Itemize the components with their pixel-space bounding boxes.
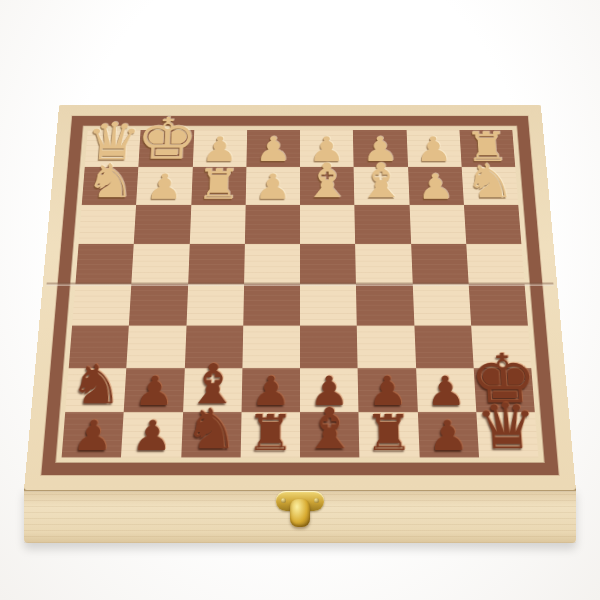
square-f7: ♝ bbox=[354, 167, 409, 205]
square-a3 bbox=[69, 326, 129, 369]
square-c1: ♞ bbox=[181, 412, 242, 457]
piece-light-pawn-f8: ♟ bbox=[362, 134, 400, 166]
square-d7: ♟ bbox=[245, 167, 300, 205]
square-d8: ♟ bbox=[246, 130, 300, 167]
square-f8: ♟ bbox=[353, 130, 408, 167]
square-e7: ♝ bbox=[300, 167, 355, 205]
piece-dark-pawn-f2: ♟ bbox=[367, 373, 408, 411]
piece-light-pawn-d7: ♟ bbox=[254, 171, 291, 204]
square-g7: ♟ bbox=[408, 167, 464, 205]
square-e1: ♝ bbox=[300, 412, 360, 457]
square-d3 bbox=[242, 326, 300, 369]
piece-light-knight-a7: ♞ bbox=[84, 160, 137, 205]
playing-area: ♛♚♟♟♟♟♟♜♞♟♜♟♝♝♟♞♞♟♝♟♟♟♟♚♟♟♞♜♝♜♟♛ bbox=[62, 130, 539, 458]
square-b5 bbox=[132, 244, 190, 284]
brass-latch-knob bbox=[290, 499, 310, 527]
piece-dark-pawn-b1: ♟ bbox=[131, 417, 173, 457]
square-e4 bbox=[300, 284, 357, 325]
piece-dark-pawn-b2: ♟ bbox=[133, 373, 175, 411]
square-f5 bbox=[355, 244, 412, 284]
square-g5 bbox=[411, 244, 469, 284]
square-g6 bbox=[409, 205, 466, 244]
square-a2: ♞ bbox=[65, 368, 126, 412]
square-a4 bbox=[72, 284, 131, 325]
piece-dark-pawn-g2: ♟ bbox=[425, 373, 467, 411]
square-a1: ♟ bbox=[62, 412, 124, 457]
square-e8: ♟ bbox=[300, 130, 354, 167]
playing-grid: ♛♚♟♟♟♟♟♜♞♟♜♟♝♝♟♞♞♟♝♟♟♟♟♚♟♟♞♜♝♜♟♛ bbox=[62, 130, 539, 458]
piece-light-pawn-c8: ♟ bbox=[201, 134, 239, 166]
square-c8: ♟ bbox=[192, 130, 247, 167]
square-h5 bbox=[466, 244, 525, 284]
square-b4 bbox=[129, 284, 188, 325]
piece-dark-knight-a2: ♞ bbox=[68, 360, 125, 412]
square-a5 bbox=[75, 244, 134, 284]
square-g8: ♟ bbox=[406, 130, 461, 167]
square-c5 bbox=[188, 244, 245, 284]
square-b1: ♟ bbox=[121, 412, 182, 457]
piece-dark-pawn-a1: ♟ bbox=[71, 417, 114, 457]
square-f3 bbox=[357, 326, 416, 369]
piece-dark-knight-c1: ♞ bbox=[183, 403, 239, 456]
square-a6 bbox=[79, 205, 137, 244]
square-e3 bbox=[300, 326, 358, 369]
piece-light-rook-c7: ♜ bbox=[196, 164, 242, 204]
square-e5 bbox=[300, 244, 356, 284]
latch-screw-left bbox=[281, 498, 286, 503]
square-g3 bbox=[414, 326, 474, 369]
square-g2: ♟ bbox=[416, 368, 476, 412]
square-a7: ♞ bbox=[82, 167, 139, 205]
square-d2: ♟ bbox=[241, 368, 300, 412]
piece-dark-pawn-g1: ♟ bbox=[427, 417, 469, 457]
square-h7: ♞ bbox=[461, 167, 518, 205]
piece-light-rook-h8: ♜ bbox=[464, 128, 510, 167]
piece-dark-pawn-d2: ♟ bbox=[251, 373, 291, 411]
piece-dark-rook-f1: ♜ bbox=[364, 409, 414, 456]
square-f6 bbox=[355, 205, 411, 244]
square-c4 bbox=[186, 284, 244, 325]
square-b3 bbox=[127, 326, 187, 369]
square-c3 bbox=[184, 326, 243, 369]
square-b2: ♟ bbox=[124, 368, 184, 412]
square-c2: ♝ bbox=[183, 368, 243, 412]
square-c7: ♜ bbox=[191, 167, 246, 205]
square-b7: ♟ bbox=[136, 167, 192, 205]
square-f2: ♟ bbox=[358, 368, 418, 412]
chess-box-lid: ♛♚♟♟♟♟♟♜♞♟♜♟♝♝♟♞♞♟♝♟♟♟♟♚♟♟♞♜♝♜♟♛ bbox=[24, 105, 576, 490]
square-f1: ♜ bbox=[359, 412, 420, 457]
square-c6 bbox=[189, 205, 245, 244]
square-h3 bbox=[471, 326, 531, 369]
square-h1: ♛ bbox=[476, 412, 538, 457]
piece-dark-pawn-e2: ♟ bbox=[309, 373, 349, 411]
piece-light-pawn-b7: ♟ bbox=[145, 171, 184, 204]
square-h6 bbox=[464, 205, 522, 244]
square-d1: ♜ bbox=[240, 412, 300, 457]
square-g4 bbox=[412, 284, 471, 325]
piece-light-pawn-g8: ♟ bbox=[415, 134, 453, 166]
square-h2: ♚ bbox=[473, 368, 534, 412]
square-d5 bbox=[244, 244, 300, 284]
piece-dark-rook-d1: ♜ bbox=[246, 409, 295, 456]
latch-screw-right bbox=[314, 498, 319, 503]
square-d4 bbox=[243, 284, 300, 325]
square-b8: ♚ bbox=[139, 130, 194, 167]
square-h8: ♜ bbox=[459, 130, 515, 167]
piece-light-pawn-d8: ♟ bbox=[255, 134, 292, 166]
piece-light-pawn-e8: ♟ bbox=[308, 134, 345, 166]
piece-light-pawn-g7: ♟ bbox=[416, 171, 455, 204]
product-photo-background: ♛♚♟♟♟♟♟♜♞♟♜♟♝♝♟♞♞♟♝♟♟♟♟♚♟♟♞♜♝♜♟♛ bbox=[0, 0, 600, 600]
board-fold-seam bbox=[46, 283, 553, 286]
square-a8: ♛ bbox=[85, 130, 141, 167]
square-h4 bbox=[468, 284, 527, 325]
square-f4 bbox=[356, 284, 414, 325]
piece-light-knight-h7: ♞ bbox=[463, 160, 516, 205]
square-e6 bbox=[300, 205, 355, 244]
square-g1: ♟ bbox=[417, 412, 478, 457]
square-b6 bbox=[134, 205, 191, 244]
square-d6 bbox=[245, 205, 300, 244]
board-top-face: ♛♚♟♟♟♟♟♜♞♟♜♟♝♝♟♞♞♟♝♟♟♟♟♚♟♟♞♜♝♜♟♛ bbox=[24, 105, 576, 490]
square-e2: ♟ bbox=[300, 368, 359, 412]
